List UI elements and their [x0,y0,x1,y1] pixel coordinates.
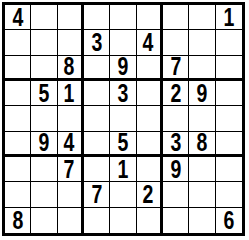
cell-r6c6[interactable] [137,132,163,157]
cell-r1c8[interactable] [189,5,215,30]
cell-r1c7[interactable] [163,5,189,30]
cell-r9c7[interactable] [163,208,189,233]
cell-r7c1[interactable] [5,157,31,182]
cell-r3c5[interactable]: 9 [110,56,136,81]
cell-r3c2[interactable] [31,56,57,81]
cell-r9c4[interactable] [84,208,110,233]
cell-r1c6[interactable] [137,5,163,30]
cell-r8c5[interactable] [110,182,136,207]
cell-r3c6[interactable] [137,56,163,81]
cell-r5c2[interactable] [31,106,57,131]
cell-r3c7[interactable]: 7 [163,56,189,81]
cell-digit: 4 [12,5,23,30]
cell-r7c6[interactable] [137,157,163,182]
cell-r4c4[interactable] [84,81,110,106]
cell-r2c2[interactable] [31,30,57,55]
cell-r2c4[interactable]: 3 [84,30,110,55]
cell-r8c1[interactable] [5,182,31,207]
cell-r2c6[interactable]: 4 [137,30,163,55]
cell-r8c6[interactable]: 2 [137,182,163,207]
cell-r2c3[interactable] [58,30,84,55]
cell-r6c2[interactable]: 9 [31,132,57,157]
cell-r1c3[interactable] [58,5,84,30]
cell-r5c6[interactable] [137,106,163,131]
cell-r6c8[interactable]: 8 [189,132,215,157]
cell-digit: 1 [64,81,75,106]
cell-r7c5[interactable]: 1 [110,157,136,182]
cell-digit: 9 [197,81,208,106]
cell-digit: 6 [223,208,234,233]
cell-r4c1[interactable] [5,81,31,106]
cell-digit: 7 [170,56,181,80]
cell-r9c1[interactable]: 8 [5,208,31,233]
cell-r1c5[interactable] [110,5,136,30]
cell-r5c9[interactable] [216,106,242,131]
cell-digit: 8 [12,208,23,233]
cell-r4c6[interactable] [137,81,163,106]
cell-r8c9[interactable] [216,182,242,207]
cell-r1c4[interactable] [84,5,110,30]
cell-r2c9[interactable] [216,30,242,55]
cell-r4c7[interactable]: 2 [163,81,189,106]
cell-r4c8[interactable]: 9 [189,81,215,106]
cell-digit: 3 [170,132,181,156]
cell-r4c3[interactable]: 1 [58,81,84,106]
sudoku-board: 413489751329945387197286 [2,2,245,236]
cell-digit: 2 [143,182,154,207]
cell-digit: 9 [118,56,129,80]
cell-r5c1[interactable] [5,106,31,131]
cell-r6c3[interactable]: 4 [58,132,84,157]
cell-digit: 1 [118,157,129,182]
cell-r9c3[interactable] [58,208,84,233]
cell-digit: 8 [64,56,75,80]
cell-r2c5[interactable] [110,30,136,55]
cell-r9c2[interactable] [31,208,57,233]
cell-r7c9[interactable] [216,157,242,182]
cell-digit: 1 [223,5,234,30]
cell-r5c7[interactable] [163,106,189,131]
cell-r7c8[interactable] [189,157,215,182]
cell-r1c9[interactable]: 1 [216,5,242,30]
cell-r6c4[interactable] [84,132,110,157]
cell-digit: 8 [197,132,208,156]
cell-r8c2[interactable] [31,182,57,207]
cell-digit: 9 [170,157,181,182]
cell-r3c3[interactable]: 8 [58,56,84,81]
cell-r9c5[interactable] [110,208,136,233]
cell-r3c4[interactable] [84,56,110,81]
cell-r3c1[interactable] [5,56,31,81]
cell-digit: 2 [170,81,181,106]
cell-r2c7[interactable] [163,30,189,55]
cell-r7c7[interactable]: 9 [163,157,189,182]
cell-r6c1[interactable] [5,132,31,157]
cell-r9c9[interactable]: 6 [216,208,242,233]
cell-digit: 5 [118,132,129,156]
cell-r6c9[interactable] [216,132,242,157]
cell-r3c9[interactable] [216,56,242,81]
cell-r1c1[interactable]: 4 [5,5,31,30]
cell-r4c5[interactable]: 3 [110,81,136,106]
cell-r2c8[interactable] [189,30,215,55]
cell-r4c9[interactable] [216,81,242,106]
cell-r6c7[interactable]: 3 [163,132,189,157]
cell-r8c7[interactable] [163,182,189,207]
cell-r5c4[interactable] [84,106,110,131]
cell-r5c5[interactable] [110,106,136,131]
cell-r7c3[interactable]: 7 [58,157,84,182]
cell-digit: 7 [64,157,75,182]
cell-r9c8[interactable] [189,208,215,233]
cell-r2c1[interactable] [5,30,31,55]
cell-r8c3[interactable] [58,182,84,207]
cell-digit: 9 [39,132,50,156]
cell-r5c3[interactable] [58,106,84,131]
cell-r6c5[interactable]: 5 [110,132,136,157]
cell-r7c4[interactable] [84,157,110,182]
cell-digit: 3 [118,81,129,106]
cell-r7c2[interactable] [31,157,57,182]
cell-r4c2[interactable]: 5 [31,81,57,106]
cell-digit: 4 [64,132,75,156]
cell-r9c6[interactable] [137,208,163,233]
cell-r8c8[interactable] [189,182,215,207]
cell-r5c8[interactable] [189,106,215,131]
cell-r1c2[interactable] [31,5,57,30]
cell-r8c4[interactable]: 7 [84,182,110,207]
cell-digit: 5 [39,81,50,106]
cell-r3c8[interactable] [189,56,215,81]
cell-digit: 4 [143,30,154,55]
cell-digit: 7 [91,182,102,207]
cell-digit: 3 [91,30,102,55]
